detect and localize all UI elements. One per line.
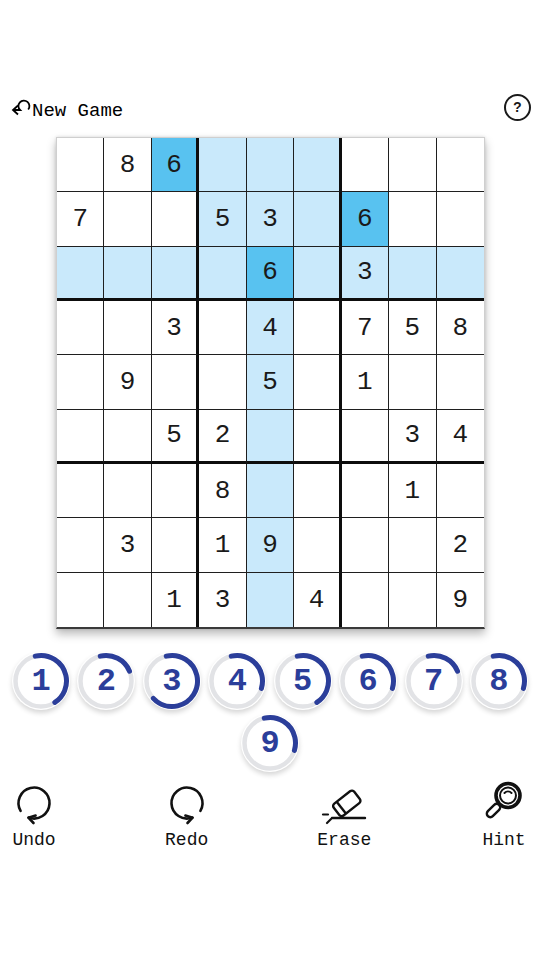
cell-r4c2[interactable] [152, 355, 199, 409]
cell-r2c5[interactable] [294, 247, 341, 301]
cell-r0c4[interactable] [247, 138, 294, 192]
cell-r6c3[interactable]: 8 [199, 464, 246, 518]
hint-label: Hint [482, 830, 525, 850]
cell-r4c1[interactable]: 9 [104, 355, 151, 409]
numpad-digit-7: 7 [405, 652, 463, 710]
numpad-digit-6: 6 [339, 652, 397, 710]
numpad-digit-1: 1 [12, 652, 70, 710]
numpad-button-4[interactable]: 4 [208, 652, 266, 710]
cell-r7c7[interactable] [389, 518, 436, 572]
numpad-digit-4: 4 [208, 652, 266, 710]
cell-r4c4[interactable]: 5 [247, 355, 294, 409]
cell-r5c8[interactable]: 4 [437, 410, 484, 464]
cell-r7c5[interactable] [294, 518, 341, 572]
cell-r7c1[interactable]: 3 [104, 518, 151, 572]
erase-button[interactable]: Erase [317, 778, 371, 850]
cell-r7c6[interactable] [342, 518, 389, 572]
cell-r0c2[interactable]: 6 [152, 138, 199, 192]
cell-r7c0[interactable] [57, 518, 104, 572]
cell-r5c3[interactable]: 2 [199, 410, 246, 464]
cell-r5c1[interactable] [104, 410, 151, 464]
undo-arrow-icon [12, 778, 56, 826]
cell-r8c8[interactable]: 9 [437, 573, 484, 627]
numpad-button-8[interactable]: 8 [470, 652, 528, 710]
cell-r5c5[interactable] [294, 410, 341, 464]
cell-r1c4[interactable]: 3 [247, 192, 294, 246]
cell-r1c6[interactable]: 6 [342, 192, 389, 246]
cell-r3c1[interactable] [104, 301, 151, 355]
numpad-digit-2: 2 [77, 652, 135, 710]
cell-r6c6[interactable] [342, 464, 389, 518]
cell-r1c5[interactable] [294, 192, 341, 246]
cell-r4c6[interactable]: 1 [342, 355, 389, 409]
cell-r5c7[interactable]: 3 [389, 410, 436, 464]
cell-r8c0[interactable] [57, 573, 104, 627]
cell-r7c8[interactable]: 2 [437, 518, 484, 572]
cell-r8c4[interactable] [247, 573, 294, 627]
cell-r8c3[interactable]: 3 [199, 573, 246, 627]
cell-r3c6[interactable]: 7 [342, 301, 389, 355]
cell-r1c1[interactable] [104, 192, 151, 246]
cell-r0c0[interactable] [57, 138, 104, 192]
back-button[interactable]: New Game [10, 97, 123, 124]
numpad-digit-9: 9 [241, 714, 299, 772]
cell-r6c7[interactable]: 1 [389, 464, 436, 518]
cell-r5c4[interactable] [247, 410, 294, 464]
cell-r3c4[interactable]: 4 [247, 301, 294, 355]
cell-r6c0[interactable] [57, 464, 104, 518]
eraser-icon [317, 778, 371, 826]
cell-r5c6[interactable] [342, 410, 389, 464]
cell-r2c3[interactable] [199, 247, 246, 301]
undo-label: Undo [12, 830, 55, 850]
cell-r8c5[interactable]: 4 [294, 573, 341, 627]
undo-button[interactable]: Undo [12, 778, 56, 850]
cell-r3c7[interactable]: 5 [389, 301, 436, 355]
cell-r2c0[interactable] [57, 247, 104, 301]
redo-label: Redo [165, 830, 208, 850]
cell-r6c4[interactable] [247, 464, 294, 518]
numpad-button-3[interactable]: 3 [143, 652, 201, 710]
cell-r3c8[interactable]: 8 [437, 301, 484, 355]
cell-r1c0[interactable]: 7 [57, 192, 104, 246]
magnifier-icon [480, 778, 528, 826]
cell-r0c3[interactable] [199, 138, 246, 192]
cell-r8c2[interactable]: 1 [152, 573, 199, 627]
question-mark-icon: ? [513, 100, 521, 116]
cell-r7c2[interactable] [152, 518, 199, 572]
numpad-digit-5: 5 [274, 652, 332, 710]
cell-r8c6[interactable] [342, 573, 389, 627]
cell-r1c8[interactable] [437, 192, 484, 246]
numpad-digit-8: 8 [470, 652, 528, 710]
cell-r6c1[interactable] [104, 464, 151, 518]
redo-arrow-icon [165, 778, 209, 826]
cell-r0c7[interactable] [389, 138, 436, 192]
cell-r2c6[interactable]: 3 [342, 247, 389, 301]
cell-r3c2[interactable]: 3 [152, 301, 199, 355]
cell-r2c2[interactable] [152, 247, 199, 301]
hint-button[interactable]: Hint [480, 778, 528, 850]
help-button[interactable]: ? [504, 94, 531, 121]
numpad-button-5[interactable]: 5 [274, 652, 332, 710]
numpad-digit-3: 3 [143, 652, 201, 710]
cell-r2c7[interactable] [389, 247, 436, 301]
back-arrow-icon [10, 97, 32, 124]
cell-r4c8[interactable] [437, 355, 484, 409]
cell-r1c7[interactable] [389, 192, 436, 246]
cell-r6c8[interactable] [437, 464, 484, 518]
cell-r2c1[interactable] [104, 247, 151, 301]
cell-r0c1[interactable]: 8 [104, 138, 151, 192]
numpad-button-2[interactable]: 2 [77, 652, 135, 710]
cell-r4c3[interactable] [199, 355, 246, 409]
numpad-button-9[interactable]: 9 [241, 714, 299, 772]
number-pad-row-2: 9 [0, 714, 540, 772]
numpad-button-1[interactable]: 1 [12, 652, 70, 710]
cell-r8c7[interactable] [389, 573, 436, 627]
cell-r8c1[interactable] [104, 573, 151, 627]
cell-r1c3[interactable]: 5 [199, 192, 246, 246]
cell-r3c0[interactable] [57, 301, 104, 355]
cell-r2c4[interactable]: 6 [247, 247, 294, 301]
cell-r6c5[interactable] [294, 464, 341, 518]
cell-r4c0[interactable] [57, 355, 104, 409]
cell-r5c2[interactable]: 5 [152, 410, 199, 464]
cell-r4c5[interactable] [294, 355, 341, 409]
cell-r0c8[interactable] [437, 138, 484, 192]
cell-r7c3[interactable]: 1 [199, 518, 246, 572]
cell-r3c5[interactable] [294, 301, 341, 355]
erase-label: Erase [317, 830, 371, 850]
numpad-button-7[interactable]: 7 [405, 652, 463, 710]
cell-r0c6[interactable] [342, 138, 389, 192]
cell-r5c0[interactable] [57, 410, 104, 464]
cell-r0c5[interactable] [294, 138, 341, 192]
cell-r1c2[interactable] [152, 192, 199, 246]
cell-r6c2[interactable] [152, 464, 199, 518]
toolbar: Undo Redo Erase [0, 778, 540, 850]
number-pad-row-1: 12345678 [0, 652, 540, 710]
cell-r4c7[interactable] [389, 355, 436, 409]
cell-r2c8[interactable] [437, 247, 484, 301]
cell-r3c3[interactable] [199, 301, 246, 355]
redo-button[interactable]: Redo [165, 778, 209, 850]
new-game-label[interactable]: New Game [32, 100, 123, 122]
cell-r7c4[interactable]: 9 [247, 518, 294, 572]
sudoku-board: 867536633475895152348131921349 [56, 137, 485, 629]
numpad-button-6[interactable]: 6 [339, 652, 397, 710]
header: New Game [10, 97, 123, 124]
